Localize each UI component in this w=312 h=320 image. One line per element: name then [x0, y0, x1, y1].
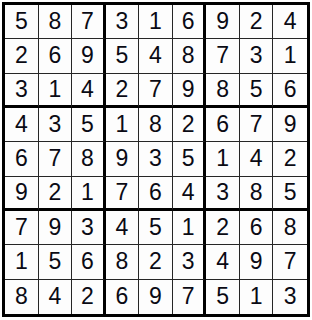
sudoku-cell-r2c8[interactable]: 3 [240, 39, 274, 73]
sudoku-cell-r2c2[interactable]: 6 [39, 39, 73, 73]
sudoku-cell-r7c8[interactable]: 6 [240, 211, 274, 245]
sudoku-cell-r9c8[interactable]: 1 [240, 280, 274, 314]
sudoku-cell-r4c9[interactable]: 9 [273, 108, 307, 142]
sudoku-cell-r5c2[interactable]: 7 [39, 142, 73, 176]
sudoku-cell-r3c1[interactable]: 3 [5, 74, 39, 108]
sudoku-cell-r6c2[interactable]: 2 [39, 177, 73, 211]
sudoku-cell-r4c7[interactable]: 6 [206, 108, 240, 142]
sudoku-cell-r7c7[interactable]: 2 [206, 211, 240, 245]
sudoku-cell-r2c3[interactable]: 9 [72, 39, 106, 73]
sudoku-cell-r3c5[interactable]: 7 [139, 74, 173, 108]
sudoku-cell-r9c7[interactable]: 5 [206, 280, 240, 314]
sudoku-cell-r4c8[interactable]: 7 [240, 108, 274, 142]
sudoku-cell-r2c5[interactable]: 4 [139, 39, 173, 73]
sudoku-cell-r8c1[interactable]: 1 [5, 245, 39, 279]
sudoku-cell-r5c8[interactable]: 4 [240, 142, 274, 176]
sudoku-cell-r5c4[interactable]: 9 [106, 142, 140, 176]
sudoku-cell-r1c6[interactable]: 6 [173, 5, 207, 39]
sudoku-cell-r4c3[interactable]: 5 [72, 108, 106, 142]
sudoku-cell-r7c6[interactable]: 1 [173, 211, 207, 245]
sudoku-cell-r7c4[interactable]: 4 [106, 211, 140, 245]
sudoku-cell-r1c1[interactable]: 5 [5, 5, 39, 39]
sudoku-cell-r1c2[interactable]: 8 [39, 5, 73, 39]
sudoku-cell-r1c8[interactable]: 2 [240, 5, 274, 39]
sudoku-cell-r8c3[interactable]: 6 [72, 245, 106, 279]
sudoku-cell-r6c9[interactable]: 5 [273, 177, 307, 211]
sudoku-cell-r2c9[interactable]: 1 [273, 39, 307, 73]
sudoku-cell-r6c3[interactable]: 1 [72, 177, 106, 211]
sudoku-board: 5873169242695487313142798564351826796789… [2, 2, 310, 317]
sudoku-cell-r5c7[interactable]: 1 [206, 142, 240, 176]
sudoku-cell-r7c9[interactable]: 8 [273, 211, 307, 245]
sudoku-cell-r8c9[interactable]: 7 [273, 245, 307, 279]
sudoku-cell-r3c8[interactable]: 5 [240, 74, 274, 108]
sudoku-cell-r8c5[interactable]: 2 [139, 245, 173, 279]
sudoku-cell-r6c1[interactable]: 9 [5, 177, 39, 211]
sudoku-cell-r8c6[interactable]: 3 [173, 245, 207, 279]
sudoku-cell-r7c3[interactable]: 3 [72, 211, 106, 245]
sudoku-cell-r6c4[interactable]: 7 [106, 177, 140, 211]
sudoku-cell-r5c5[interactable]: 3 [139, 142, 173, 176]
sudoku-cell-r9c9[interactable]: 3 [273, 280, 307, 314]
sudoku-cell-r3c2[interactable]: 1 [39, 74, 73, 108]
sudoku-cell-r3c6[interactable]: 9 [173, 74, 207, 108]
sudoku-cell-r2c1[interactable]: 2 [5, 39, 39, 73]
sudoku-cell-r4c1[interactable]: 4 [5, 108, 39, 142]
sudoku-cell-r5c1[interactable]: 6 [5, 142, 39, 176]
sudoku-cell-r8c4[interactable]: 8 [106, 245, 140, 279]
sudoku-cell-r2c6[interactable]: 8 [173, 39, 207, 73]
sudoku-cell-r3c4[interactable]: 2 [106, 74, 140, 108]
sudoku-cell-r1c4[interactable]: 3 [106, 5, 140, 39]
sudoku-cell-r3c9[interactable]: 6 [273, 74, 307, 108]
sudoku-cell-r5c3[interactable]: 8 [72, 142, 106, 176]
sudoku-cell-r6c6[interactable]: 4 [173, 177, 207, 211]
sudoku-cell-r4c4[interactable]: 1 [106, 108, 140, 142]
sudoku-cell-r9c1[interactable]: 8 [5, 280, 39, 314]
sudoku-cell-r1c5[interactable]: 1 [139, 5, 173, 39]
sudoku-cell-r9c4[interactable]: 6 [106, 280, 140, 314]
sudoku-cell-r8c8[interactable]: 9 [240, 245, 274, 279]
sudoku-cell-r9c3[interactable]: 2 [72, 280, 106, 314]
sudoku-cell-r3c3[interactable]: 4 [72, 74, 106, 108]
sudoku-cell-r6c5[interactable]: 6 [139, 177, 173, 211]
sudoku-cell-r4c5[interactable]: 8 [139, 108, 173, 142]
sudoku-cell-r4c6[interactable]: 2 [173, 108, 207, 142]
sudoku-cell-r5c9[interactable]: 2 [273, 142, 307, 176]
sudoku-cell-r6c7[interactable]: 3 [206, 177, 240, 211]
sudoku-cell-r8c7[interactable]: 4 [206, 245, 240, 279]
sudoku-cell-r2c4[interactable]: 5 [106, 39, 140, 73]
sudoku-cell-r6c8[interactable]: 8 [240, 177, 274, 211]
sudoku-cell-r1c3[interactable]: 7 [72, 5, 106, 39]
sudoku-cell-r9c5[interactable]: 9 [139, 280, 173, 314]
sudoku-cell-r9c6[interactable]: 7 [173, 280, 207, 314]
sudoku-cell-r4c2[interactable]: 3 [39, 108, 73, 142]
sudoku-cell-r7c5[interactable]: 5 [139, 211, 173, 245]
sudoku-cell-r1c7[interactable]: 9 [206, 5, 240, 39]
sudoku-cell-r1c9[interactable]: 4 [273, 5, 307, 39]
sudoku-cell-r8c2[interactable]: 5 [39, 245, 73, 279]
sudoku-cell-r2c7[interactable]: 7 [206, 39, 240, 73]
sudoku-cell-r5c6[interactable]: 5 [173, 142, 207, 176]
sudoku-cell-r7c1[interactable]: 7 [5, 211, 39, 245]
sudoku-cell-r3c7[interactable]: 8 [206, 74, 240, 108]
sudoku-cell-r9c2[interactable]: 4 [39, 280, 73, 314]
sudoku-cell-r7c2[interactable]: 9 [39, 211, 73, 245]
